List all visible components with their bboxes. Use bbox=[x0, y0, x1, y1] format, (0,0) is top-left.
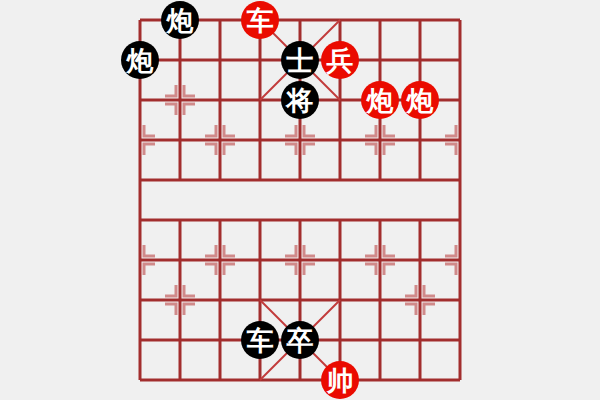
point-mark bbox=[304, 264, 315, 275]
point-mark bbox=[165, 104, 176, 115]
point-mark bbox=[205, 144, 216, 155]
piece-glyph: 炮 bbox=[167, 7, 194, 34]
piece-red-soldier[interactable]: 兵 bbox=[321, 41, 359, 79]
point-mark bbox=[445, 125, 456, 136]
point-mark bbox=[165, 304, 176, 315]
piece-red-cannon[interactable]: 炮 bbox=[401, 81, 439, 119]
piece-glyph: 炮 bbox=[407, 87, 434, 114]
point-mark bbox=[384, 264, 395, 275]
point-mark bbox=[285, 125, 296, 136]
piece-red-general[interactable]: 帅 bbox=[321, 361, 359, 399]
point-mark bbox=[304, 245, 315, 256]
piece-black-advisor[interactable]: 士 bbox=[281, 41, 319, 79]
point-mark bbox=[205, 264, 216, 275]
point-mark bbox=[365, 144, 376, 155]
point-mark bbox=[165, 285, 176, 296]
point-mark bbox=[184, 85, 195, 96]
piece-glyph: 兵 bbox=[327, 47, 354, 74]
piece-black-soldier[interactable]: 卒 bbox=[281, 321, 319, 359]
point-mark bbox=[304, 125, 315, 136]
point-mark bbox=[144, 125, 155, 136]
point-mark bbox=[405, 304, 416, 315]
point-mark bbox=[424, 285, 435, 296]
point-mark bbox=[285, 144, 296, 155]
piece-red-chariot[interactable]: 车 bbox=[241, 1, 279, 39]
xiangqi-board: 炮车炮士兵将炮炮车卒帅 bbox=[0, 0, 600, 400]
piece-black-general[interactable]: 将 bbox=[281, 81, 319, 119]
piece-glyph: 卒 bbox=[287, 327, 314, 354]
piece-black-cannon[interactable]: 炮 bbox=[121, 41, 159, 79]
point-mark bbox=[165, 85, 176, 96]
point-mark bbox=[144, 264, 155, 275]
point-mark bbox=[144, 245, 155, 256]
point-mark bbox=[184, 304, 195, 315]
point-mark bbox=[144, 144, 155, 155]
point-mark bbox=[285, 245, 296, 256]
point-mark bbox=[384, 144, 395, 155]
piece-glyph: 帅 bbox=[327, 367, 354, 394]
piece-glyph: 车 bbox=[247, 327, 274, 354]
point-mark bbox=[224, 264, 235, 275]
point-mark bbox=[445, 245, 456, 256]
piece-glyph: 炮 bbox=[127, 47, 154, 74]
point-mark bbox=[205, 125, 216, 136]
point-mark bbox=[224, 245, 235, 256]
point-mark bbox=[224, 125, 235, 136]
point-mark bbox=[365, 264, 376, 275]
point-mark bbox=[304, 144, 315, 155]
point-mark bbox=[445, 264, 456, 275]
piece-glyph: 将 bbox=[287, 87, 314, 114]
point-mark bbox=[285, 264, 296, 275]
point-mark bbox=[445, 144, 456, 155]
point-mark bbox=[224, 144, 235, 155]
point-mark bbox=[365, 245, 376, 256]
point-mark bbox=[184, 104, 195, 115]
piece-black-cannon[interactable]: 炮 bbox=[161, 1, 199, 39]
piece-glyph: 炮 bbox=[367, 87, 394, 114]
piece-red-cannon[interactable]: 炮 bbox=[361, 81, 399, 119]
point-mark bbox=[384, 125, 395, 136]
piece-black-chariot[interactable]: 车 bbox=[241, 321, 279, 359]
point-mark bbox=[424, 304, 435, 315]
point-mark bbox=[365, 125, 376, 136]
point-mark bbox=[184, 285, 195, 296]
piece-glyph: 士 bbox=[287, 47, 314, 74]
point-mark bbox=[405, 285, 416, 296]
point-mark bbox=[384, 245, 395, 256]
point-mark bbox=[205, 245, 216, 256]
piece-glyph: 车 bbox=[247, 7, 274, 34]
